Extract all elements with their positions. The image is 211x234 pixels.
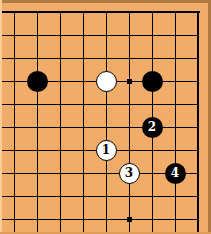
grid-line-horizontal [0,35,199,36]
go-board[interactable]: 2134 [0,0,211,234]
grid-line-vertical [175,12,176,234]
grid-line-horizontal [0,219,199,220]
stone-black-R14[interactable]: 2 [142,117,163,138]
grid-line-vertical [37,12,38,234]
grid-line-vertical [14,12,15,234]
grid-line-horizontal [0,104,199,105]
stone-black-R16[interactable] [142,71,163,92]
star-point-Q10 [127,217,132,222]
board-frame-top [0,0,211,3]
board-edge-right-line [197,11,199,234]
grid-line-horizontal [0,127,199,128]
board-frame-right [208,0,211,234]
grid-line-horizontal [0,196,199,197]
stone-white-Q12[interactable]: 3 [119,163,140,184]
grid-line-vertical [129,12,130,234]
stone-move-number: 1 [102,144,110,156]
grid-line-vertical [106,12,107,234]
stone-white-P13[interactable]: 1 [96,140,117,161]
board-frame-bottom [0,232,211,234]
board-edge-top-line [0,11,200,13]
stone-white-P16[interactable] [96,71,117,92]
go-corner-diagram: 2134 [0,0,211,234]
board-frame-left [0,0,2,234]
grid-line-vertical [83,12,84,234]
stone-black-S12[interactable]: 4 [165,163,186,184]
grid-line-horizontal [0,58,199,59]
stone-move-number: 2 [148,121,156,133]
stone-black-M16[interactable] [27,71,48,92]
star-point-Q16 [127,79,132,84]
stone-move-number: 4 [171,167,179,179]
grid-line-vertical [60,12,61,234]
stone-move-number: 3 [125,167,133,179]
